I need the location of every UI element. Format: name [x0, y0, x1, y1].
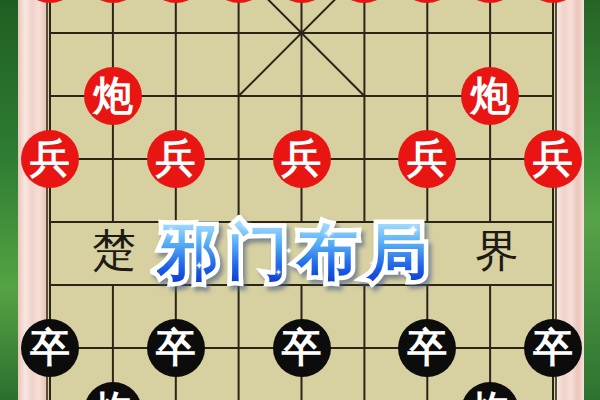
piece-red-cut-top[interactable]	[273, 0, 331, 3]
piece-label: 卒	[533, 327, 573, 367]
piece-label: 兵	[407, 138, 447, 178]
stage: 楚 界 炮炮兵兵兵兵兵卒卒卒卒炮卒炮 邪门布局 邪门布局 ✦ ✦ ✦ ✦ ✦ ✦…	[0, 0, 600, 400]
sparkle-icon: ✦	[165, 225, 177, 239]
piece-black-soldier[interactable]: 卒	[147, 319, 205, 377]
piece-label: 兵	[533, 138, 573, 178]
piece-black-soldier[interactable]: 卒	[21, 319, 79, 377]
piece-black-cannon[interactable]: 炮	[84, 382, 142, 400]
piece-black-soldier[interactable]: 卒	[273, 319, 331, 377]
sparkle-icon: ✦	[195, 261, 203, 271]
sparkle-icon: ✦	[285, 247, 293, 256]
piece-label: 卒	[282, 327, 322, 367]
piece-label: 卒	[30, 327, 70, 367]
piece-red-cannon[interactable]: 炮	[84, 67, 142, 125]
title-overlay: 邪门布局 邪门布局 ✦ ✦ ✦ ✦ ✦ ✦ ✦ ✦	[157, 219, 445, 285]
sparkle-icon: ✦	[407, 223, 419, 237]
sparkle-icon: ✦	[323, 227, 334, 240]
piece-red-cut-top[interactable]	[524, 0, 582, 3]
piece-label: 炮	[470, 390, 510, 400]
piece-red-cut-top[interactable]	[398, 0, 456, 3]
piece-label: 炮	[470, 75, 510, 115]
title-text: 邪门布局	[157, 219, 437, 285]
sparkle-icon: ✦	[275, 269, 282, 277]
piece-red-soldier[interactable]: 兵	[273, 130, 331, 188]
piece-red-cut-top[interactable]	[84, 0, 142, 3]
piece-label: 卒	[407, 327, 447, 367]
piece-red-cut-top[interactable]	[147, 0, 205, 3]
piece-red-cut-top[interactable]	[21, 0, 79, 3]
piece-black-soldier[interactable]: 卒	[524, 319, 582, 377]
piece-red-cannon[interactable]: 炮	[461, 67, 519, 125]
piece-label: 炮	[93, 75, 133, 115]
piece-label: 兵	[30, 138, 70, 178]
piece-red-cut-top[interactable]	[461, 0, 519, 3]
piece-black-cannon[interactable]: 炮	[461, 382, 519, 400]
piece-label: 炮	[93, 390, 133, 400]
piece-red-soldier[interactable]: 兵	[398, 130, 456, 188]
piece-red-soldier[interactable]: 兵	[524, 130, 582, 188]
sparkle-icon: ✦	[241, 219, 251, 231]
piece-black-soldier[interactable]: 卒	[398, 319, 456, 377]
piece-red-soldier[interactable]: 兵	[147, 130, 205, 188]
piece-label: 兵	[156, 138, 196, 178]
piece-red-soldier[interactable]: 兵	[21, 130, 79, 188]
pieces-layer: 炮炮兵兵兵兵兵卒卒卒卒炮卒炮	[0, 0, 600, 400]
piece-red-cut-top[interactable]	[210, 0, 268, 3]
piece-label: 兵	[282, 138, 322, 178]
piece-red-cut-top[interactable]	[335, 0, 393, 3]
sparkle-icon: ✦	[369, 259, 377, 269]
piece-label: 卒	[156, 327, 196, 367]
